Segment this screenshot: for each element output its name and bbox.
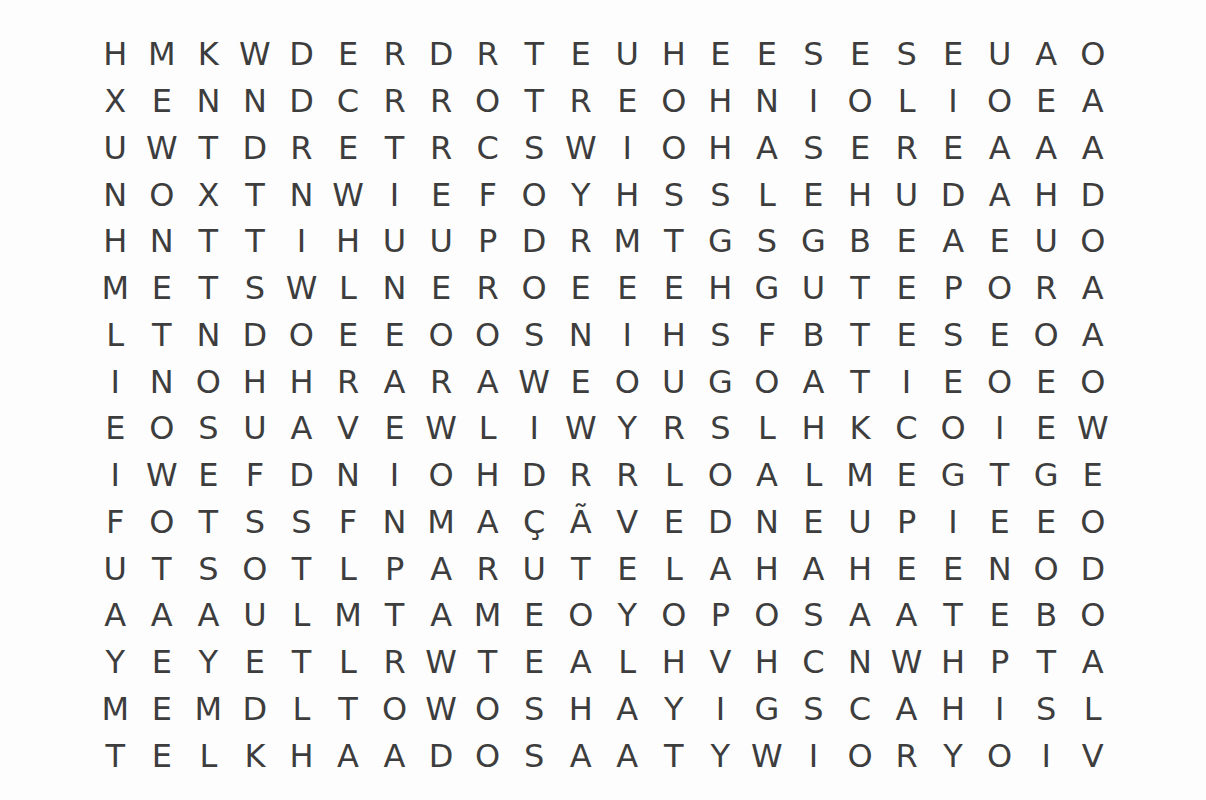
grid-cell[interactable]: E xyxy=(1023,499,1070,546)
grid-cell[interactable]: G xyxy=(1023,452,1070,499)
grid-cell[interactable]: Ã xyxy=(557,499,604,546)
grid-cell[interactable]: I xyxy=(1023,732,1070,779)
grid-cell[interactable]: E xyxy=(418,171,465,218)
grid-cell[interactable]: T xyxy=(232,218,279,265)
grid-cell[interactable]: T xyxy=(557,545,604,592)
grid-cell[interactable]: E xyxy=(976,218,1023,265)
grid-cell[interactable]: U xyxy=(232,405,279,452)
grid-cell[interactable]: Y xyxy=(697,732,744,779)
grid-cell[interactable]: G xyxy=(697,218,744,265)
grid-cell[interactable]: N xyxy=(744,499,791,546)
grid-cell[interactable]: W xyxy=(557,125,604,172)
grid-cell[interactable]: O xyxy=(1023,312,1070,359)
grid-cell[interactable]: I xyxy=(511,405,558,452)
grid-cell[interactable]: O xyxy=(976,78,1023,125)
grid-cell[interactable]: E xyxy=(930,125,977,172)
grid-cell[interactable]: U xyxy=(371,218,418,265)
grid-cell[interactable]: O xyxy=(604,358,651,405)
grid-cell[interactable]: H xyxy=(651,31,698,78)
grid-cell[interactable]: A xyxy=(464,358,511,405)
grid-cell[interactable]: E xyxy=(930,31,977,78)
grid-cell[interactable]: T xyxy=(185,265,232,312)
grid-cell[interactable]: O xyxy=(1023,545,1070,592)
grid-cell[interactable]: I xyxy=(278,218,325,265)
grid-cell[interactable]: N xyxy=(371,499,418,546)
grid-cell[interactable]: N xyxy=(92,171,139,218)
grid-cell[interactable]: A xyxy=(325,732,372,779)
grid-cell[interactable]: M xyxy=(464,592,511,639)
grid-cell[interactable]: O xyxy=(930,405,977,452)
grid-cell[interactable]: I xyxy=(976,405,1023,452)
grid-cell[interactable]: H xyxy=(790,405,837,452)
grid-cell[interactable]: Y xyxy=(92,639,139,686)
grid-cell[interactable]: A xyxy=(744,125,791,172)
grid-cell[interactable]: S xyxy=(651,171,698,218)
grid-cell[interactable]: A xyxy=(371,732,418,779)
grid-cell[interactable]: S xyxy=(511,125,558,172)
grid-cell[interactable]: R xyxy=(557,452,604,499)
grid-cell[interactable]: T xyxy=(511,31,558,78)
grid-cell[interactable]: E xyxy=(744,31,791,78)
grid-cell[interactable]: E xyxy=(883,218,930,265)
grid-cell[interactable]: F xyxy=(744,312,791,359)
grid-cell[interactable]: E xyxy=(604,545,651,592)
grid-cell[interactable]: O xyxy=(1069,218,1116,265)
grid-cell[interactable]: O xyxy=(1069,358,1116,405)
grid-cell[interactable]: T xyxy=(976,452,1023,499)
grid-cell[interactable]: A xyxy=(697,545,744,592)
grid-cell[interactable]: H xyxy=(744,545,791,592)
grid-cell[interactable]: T xyxy=(837,312,884,359)
grid-cell[interactable]: A xyxy=(418,592,465,639)
grid-cell[interactable]: S xyxy=(232,265,279,312)
grid-cell[interactable]: O xyxy=(651,78,698,125)
grid-cell[interactable]: N xyxy=(185,312,232,359)
grid-cell[interactable]: N xyxy=(557,312,604,359)
grid-cell[interactable]: V xyxy=(604,499,651,546)
grid-cell[interactable]: W xyxy=(232,31,279,78)
grid-cell[interactable]: T xyxy=(1023,639,1070,686)
grid-cell[interactable]: E xyxy=(930,545,977,592)
grid-cell[interactable]: S xyxy=(511,732,558,779)
grid-cell[interactable]: E xyxy=(651,265,698,312)
grid-cell[interactable]: Y xyxy=(604,405,651,452)
grid-cell[interactable]: T xyxy=(464,639,511,686)
grid-cell[interactable]: T xyxy=(651,732,698,779)
grid-cell[interactable]: T xyxy=(371,592,418,639)
grid-cell[interactable]: V xyxy=(1069,732,1116,779)
grid-cell[interactable]: E xyxy=(325,31,372,78)
grid-cell[interactable]: O xyxy=(1069,592,1116,639)
grid-cell[interactable]: X xyxy=(185,171,232,218)
grid-cell[interactable]: S xyxy=(790,31,837,78)
grid-cell[interactable]: I xyxy=(976,686,1023,733)
grid-cell[interactable]: O xyxy=(557,592,604,639)
grid-cell[interactable]: T xyxy=(930,592,977,639)
grid-cell[interactable]: L xyxy=(883,78,930,125)
grid-cell[interactable]: R xyxy=(464,31,511,78)
grid-cell[interactable]: H xyxy=(92,218,139,265)
grid-cell[interactable]: W xyxy=(139,125,186,172)
grid-cell[interactable]: D xyxy=(1069,171,1116,218)
grid-cell[interactable]: R xyxy=(464,545,511,592)
grid-cell[interactable]: E xyxy=(557,265,604,312)
grid-cell[interactable]: S xyxy=(790,592,837,639)
grid-cell[interactable]: H xyxy=(697,265,744,312)
grid-cell[interactable]: N xyxy=(185,78,232,125)
grid-cell[interactable]: K xyxy=(232,732,279,779)
grid-cell[interactable]: H xyxy=(278,732,325,779)
grid-cell[interactable]: H xyxy=(697,78,744,125)
grid-cell[interactable]: A xyxy=(883,686,930,733)
grid-cell[interactable]: M xyxy=(418,499,465,546)
grid-cell[interactable]: A xyxy=(139,592,186,639)
grid-cell[interactable]: A xyxy=(1069,78,1116,125)
grid-cell[interactable]: A xyxy=(371,358,418,405)
grid-cell[interactable]: G xyxy=(744,265,791,312)
grid-cell[interactable]: C xyxy=(837,686,884,733)
grid-cell[interactable]: T xyxy=(185,499,232,546)
grid-cell[interactable]: H xyxy=(325,218,372,265)
grid-cell[interactable]: O xyxy=(139,499,186,546)
grid-cell[interactable]: Y xyxy=(651,686,698,733)
grid-cell[interactable]: A xyxy=(92,592,139,639)
grid-cell[interactable]: S xyxy=(930,312,977,359)
grid-cell[interactable]: R xyxy=(418,125,465,172)
grid-cell[interactable]: E xyxy=(790,171,837,218)
grid-cell[interactable]: I xyxy=(371,452,418,499)
grid-cell[interactable]: N xyxy=(371,265,418,312)
grid-cell[interactable]: A xyxy=(185,592,232,639)
grid-cell[interactable]: A xyxy=(1069,639,1116,686)
grid-cell[interactable]: L xyxy=(92,312,139,359)
grid-cell[interactable]: U xyxy=(837,499,884,546)
grid-cell[interactable]: W xyxy=(278,265,325,312)
grid-cell[interactable]: E xyxy=(883,312,930,359)
grid-cell[interactable]: L xyxy=(325,639,372,686)
grid-cell[interactable]: S xyxy=(697,405,744,452)
grid-cell[interactable]: H xyxy=(557,686,604,733)
grid-cell[interactable]: T xyxy=(185,125,232,172)
grid-cell[interactable]: L xyxy=(185,732,232,779)
grid-cell[interactable]: O xyxy=(837,732,884,779)
grid-cell[interactable]: A xyxy=(930,218,977,265)
grid-cell[interactable]: P xyxy=(371,545,418,592)
grid-cell[interactable]: A xyxy=(976,171,1023,218)
grid-cell[interactable]: F xyxy=(325,499,372,546)
grid-cell[interactable]: E xyxy=(371,405,418,452)
grid-cell[interactable]: O xyxy=(139,171,186,218)
grid-cell[interactable]: E xyxy=(883,265,930,312)
grid-cell[interactable]: C xyxy=(883,405,930,452)
grid-cell[interactable]: O xyxy=(837,78,884,125)
grid-cell[interactable]: D xyxy=(232,312,279,359)
grid-cell[interactable]: L xyxy=(325,265,372,312)
grid-cell[interactable]: E xyxy=(1069,452,1116,499)
grid-cell[interactable]: W xyxy=(418,686,465,733)
grid-cell[interactable]: L xyxy=(790,452,837,499)
grid-cell[interactable]: M xyxy=(604,218,651,265)
grid-cell[interactable]: S xyxy=(697,171,744,218)
grid-cell[interactable]: G xyxy=(930,452,977,499)
grid-cell[interactable]: Ç xyxy=(511,499,558,546)
grid-cell[interactable]: O xyxy=(697,452,744,499)
grid-cell[interactable]: D xyxy=(278,31,325,78)
grid-cell[interactable]: U xyxy=(790,265,837,312)
grid-cell[interactable]: O xyxy=(511,265,558,312)
grid-cell[interactable]: I xyxy=(883,358,930,405)
grid-cell[interactable]: R xyxy=(325,358,372,405)
grid-cell[interactable]: U xyxy=(976,31,1023,78)
grid-cell[interactable]: E xyxy=(837,31,884,78)
grid-cell[interactable]: O xyxy=(464,732,511,779)
grid-cell[interactable]: E xyxy=(651,499,698,546)
grid-cell[interactable]: E xyxy=(837,125,884,172)
grid-cell[interactable]: E xyxy=(1023,405,1070,452)
grid-cell[interactable]: K xyxy=(837,405,884,452)
grid-cell[interactable]: L xyxy=(278,686,325,733)
grid-cell[interactable]: G xyxy=(697,358,744,405)
grid-cell[interactable]: D xyxy=(232,125,279,172)
grid-cell[interactable]: S xyxy=(790,686,837,733)
grid-cell[interactable]: E xyxy=(511,639,558,686)
grid-cell[interactable]: R xyxy=(604,452,651,499)
grid-cell[interactable]: N xyxy=(139,218,186,265)
grid-cell[interactable]: M xyxy=(837,452,884,499)
grid-cell[interactable]: N xyxy=(232,78,279,125)
grid-cell[interactable]: D xyxy=(511,452,558,499)
grid-cell[interactable]: D xyxy=(511,218,558,265)
grid-cell[interactable]: E xyxy=(883,545,930,592)
grid-cell[interactable]: S xyxy=(278,499,325,546)
grid-cell[interactable]: H xyxy=(837,545,884,592)
grid-cell[interactable]: I xyxy=(371,171,418,218)
grid-cell[interactable]: W xyxy=(418,405,465,452)
grid-cell[interactable]: W xyxy=(557,405,604,452)
grid-cell[interactable]: L xyxy=(325,545,372,592)
grid-cell[interactable]: U xyxy=(651,358,698,405)
grid-cell[interactable]: O xyxy=(232,545,279,592)
grid-cell[interactable]: P xyxy=(930,265,977,312)
grid-cell[interactable]: O xyxy=(651,125,698,172)
grid-cell[interactable]: A xyxy=(744,452,791,499)
grid-cell[interactable]: A xyxy=(418,545,465,592)
grid-cell[interactable]: G xyxy=(744,686,791,733)
grid-cell[interactable]: R xyxy=(278,125,325,172)
grid-cell[interactable]: D xyxy=(418,31,465,78)
grid-cell[interactable]: H xyxy=(837,171,884,218)
grid-cell[interactable]: B xyxy=(837,218,884,265)
grid-cell[interactable]: A xyxy=(557,639,604,686)
grid-cell[interactable]: R xyxy=(371,78,418,125)
grid-cell[interactable]: W xyxy=(1069,405,1116,452)
grid-cell[interactable]: U xyxy=(511,545,558,592)
grid-cell[interactable]: E xyxy=(790,499,837,546)
grid-cell[interactable]: D xyxy=(697,499,744,546)
grid-cell[interactable]: A xyxy=(464,499,511,546)
grid-cell[interactable]: D xyxy=(1069,545,1116,592)
grid-cell[interactable]: I xyxy=(790,732,837,779)
grid-cell[interactable]: S xyxy=(1023,686,1070,733)
grid-cell[interactable]: W xyxy=(139,452,186,499)
grid-cell[interactable]: E xyxy=(139,686,186,733)
grid-cell[interactable]: D xyxy=(232,686,279,733)
grid-cell[interactable]: I xyxy=(604,125,651,172)
grid-cell[interactable]: A xyxy=(1023,31,1070,78)
grid-cell[interactable]: T xyxy=(651,218,698,265)
grid-cell[interactable]: N xyxy=(976,545,1023,592)
grid-cell[interactable]: T xyxy=(232,171,279,218)
grid-cell[interactable]: U xyxy=(418,218,465,265)
grid-cell[interactable]: L xyxy=(1069,686,1116,733)
grid-cell[interactable]: S xyxy=(790,125,837,172)
grid-cell[interactable]: O xyxy=(1069,499,1116,546)
grid-cell[interactable]: U xyxy=(1023,218,1070,265)
grid-cell[interactable]: N xyxy=(139,358,186,405)
grid-cell[interactable]: S xyxy=(185,545,232,592)
grid-cell[interactable]: O xyxy=(976,732,1023,779)
grid-cell[interactable]: R xyxy=(883,732,930,779)
grid-cell[interactable]: L xyxy=(744,171,791,218)
grid-cell[interactable]: S xyxy=(511,312,558,359)
grid-cell[interactable]: W xyxy=(511,358,558,405)
grid-cell[interactable]: W xyxy=(325,171,372,218)
grid-cell[interactable]: Y xyxy=(930,732,977,779)
grid-cell[interactable]: S xyxy=(883,31,930,78)
grid-cell[interactable]: A xyxy=(1069,125,1116,172)
grid-cell[interactable]: O xyxy=(651,592,698,639)
grid-cell[interactable]: R xyxy=(1023,265,1070,312)
grid-cell[interactable]: A xyxy=(604,686,651,733)
grid-cell[interactable]: H xyxy=(744,639,791,686)
grid-cell[interactable]: W xyxy=(418,639,465,686)
grid-cell[interactable]: W xyxy=(883,639,930,686)
grid-cell[interactable]: T xyxy=(139,312,186,359)
grid-cell[interactable]: R xyxy=(557,218,604,265)
grid-cell[interactable]: R xyxy=(418,78,465,125)
grid-cell[interactable]: E xyxy=(883,452,930,499)
grid-cell[interactable]: T xyxy=(278,639,325,686)
grid-cell[interactable]: N xyxy=(325,452,372,499)
grid-cell[interactable]: O xyxy=(418,452,465,499)
grid-cell[interactable]: N xyxy=(837,639,884,686)
grid-cell[interactable]: I xyxy=(697,686,744,733)
grid-cell[interactable]: O xyxy=(976,265,1023,312)
grid-cell[interactable]: T xyxy=(837,358,884,405)
grid-cell[interactable]: E xyxy=(232,639,279,686)
grid-cell[interactable]: O xyxy=(371,686,418,733)
grid-cell[interactable]: E xyxy=(1023,78,1070,125)
grid-cell[interactable]: E xyxy=(1023,358,1070,405)
grid-cell[interactable]: O xyxy=(278,312,325,359)
grid-cell[interactable]: M xyxy=(325,592,372,639)
grid-cell[interactable]: T xyxy=(511,78,558,125)
grid-cell[interactable]: U xyxy=(92,545,139,592)
grid-cell[interactable]: S xyxy=(697,312,744,359)
grid-cell[interactable]: D xyxy=(930,171,977,218)
grid-cell[interactable]: A xyxy=(1069,312,1116,359)
grid-cell[interactable]: H xyxy=(651,639,698,686)
grid-cell[interactable]: H xyxy=(278,358,325,405)
grid-cell[interactable]: E xyxy=(418,265,465,312)
grid-cell[interactable]: E xyxy=(976,592,1023,639)
grid-cell[interactable]: R xyxy=(557,78,604,125)
grid-cell[interactable]: O xyxy=(744,592,791,639)
grid-cell[interactable]: O xyxy=(744,358,791,405)
grid-cell[interactable]: P xyxy=(697,592,744,639)
grid-cell[interactable]: E xyxy=(976,312,1023,359)
grid-cell[interactable]: T xyxy=(278,545,325,592)
grid-cell[interactable]: F xyxy=(464,171,511,218)
grid-cell[interactable]: E xyxy=(930,358,977,405)
grid-cell[interactable]: C xyxy=(464,125,511,172)
grid-cell[interactable]: E xyxy=(92,405,139,452)
grid-cell[interactable]: U xyxy=(604,31,651,78)
grid-cell[interactable]: B xyxy=(1023,592,1070,639)
grid-cell[interactable]: E xyxy=(976,499,1023,546)
grid-cell[interactable]: N xyxy=(278,171,325,218)
grid-cell[interactable]: A xyxy=(837,592,884,639)
grid-cell[interactable]: V xyxy=(697,639,744,686)
grid-cell[interactable]: A xyxy=(604,732,651,779)
grid-cell[interactable]: P xyxy=(464,218,511,265)
grid-cell[interactable]: E xyxy=(557,31,604,78)
grid-cell[interactable]: I xyxy=(930,78,977,125)
grid-cell[interactable]: S xyxy=(185,405,232,452)
grid-cell[interactable]: W xyxy=(744,732,791,779)
grid-cell[interactable]: E xyxy=(139,78,186,125)
grid-cell[interactable]: E xyxy=(325,312,372,359)
grid-cell[interactable]: T xyxy=(371,125,418,172)
grid-cell[interactable]: E xyxy=(697,31,744,78)
grid-cell[interactable]: O xyxy=(464,312,511,359)
grid-cell[interactable]: M xyxy=(92,686,139,733)
grid-cell[interactable]: D xyxy=(278,78,325,125)
grid-cell[interactable]: O xyxy=(418,312,465,359)
grid-cell[interactable]: V xyxy=(325,405,372,452)
grid-cell[interactable]: T xyxy=(139,545,186,592)
grid-cell[interactable]: H xyxy=(92,31,139,78)
grid-cell[interactable]: I xyxy=(790,78,837,125)
grid-cell[interactable]: L xyxy=(651,545,698,592)
grid-cell[interactable]: R xyxy=(651,405,698,452)
grid-cell[interactable]: A xyxy=(790,358,837,405)
grid-cell[interactable]: R xyxy=(371,639,418,686)
grid-cell[interactable]: L xyxy=(744,405,791,452)
grid-cell[interactable]: S xyxy=(511,686,558,733)
grid-cell[interactable]: E xyxy=(139,265,186,312)
grid-cell[interactable]: Y xyxy=(557,171,604,218)
grid-cell[interactable]: Y xyxy=(604,592,651,639)
grid-cell[interactable]: C xyxy=(325,78,372,125)
grid-cell[interactable]: I xyxy=(92,358,139,405)
grid-cell[interactable]: N xyxy=(744,78,791,125)
grid-cell[interactable]: L xyxy=(464,405,511,452)
grid-cell[interactable]: F xyxy=(92,499,139,546)
grid-cell[interactable]: M xyxy=(185,686,232,733)
grid-cell[interactable]: S xyxy=(744,218,791,265)
grid-cell[interactable]: Y xyxy=(185,639,232,686)
grid-cell[interactable]: C xyxy=(790,639,837,686)
grid-cell[interactable]: A xyxy=(790,545,837,592)
grid-cell[interactable]: K xyxy=(185,31,232,78)
grid-cell[interactable]: O xyxy=(139,405,186,452)
grid-cell[interactable]: A xyxy=(278,405,325,452)
grid-cell[interactable]: O xyxy=(464,78,511,125)
grid-cell[interactable]: M xyxy=(139,31,186,78)
grid-cell[interactable]: A xyxy=(976,125,1023,172)
grid-cell[interactable]: R xyxy=(418,358,465,405)
